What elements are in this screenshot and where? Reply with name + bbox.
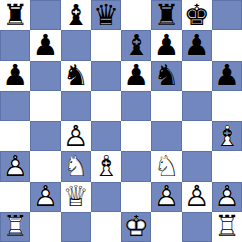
white-rook-fill: ♜ — [0, 212, 30, 242]
piece-black-pawn: ♟ — [121, 61, 151, 91]
square-f3[interactable]: ♞♘ — [151, 151, 181, 181]
square-a6[interactable]: ♟ — [0, 61, 30, 91]
square-d3[interactable]: ♝♗ — [91, 151, 121, 181]
square-c3[interactable]: ♞♘ — [61, 151, 91, 181]
white-pawn-fill: ♟ — [212, 182, 242, 212]
square-f8[interactable]: ♜ — [151, 0, 181, 30]
square-g4[interactable] — [182, 121, 212, 151]
piece-white-knight: ♘ — [61, 151, 91, 181]
chess-board: ♜♝♛♜♚♟♝♟♟♟♞♟♞♟♟♙♝♗♟♙♞♘♝♗♞♘♟♙♛♕♟♙♟♙♟♙♜♖♚♔… — [0, 0, 242, 242]
square-d6[interactable] — [91, 61, 121, 91]
piece-white-bishop: ♗ — [91, 151, 121, 181]
square-h1[interactable]: ♜♖ — [212, 212, 242, 242]
white-pawn-fill: ♟ — [61, 121, 91, 151]
piece-black-queen: ♛ — [91, 0, 121, 30]
square-e2[interactable] — [121, 182, 151, 212]
square-c6[interactable]: ♞ — [61, 61, 91, 91]
white-queen-fill: ♛ — [61, 182, 91, 212]
square-e3[interactable] — [121, 151, 151, 181]
square-h4[interactable]: ♝♗ — [212, 121, 242, 151]
square-d1[interactable] — [91, 212, 121, 242]
square-a2[interactable] — [0, 182, 30, 212]
square-e1[interactable]: ♚♔ — [121, 212, 151, 242]
square-h5[interactable] — [212, 91, 242, 121]
square-c4[interactable]: ♟♙ — [61, 121, 91, 151]
square-g8[interactable]: ♚ — [182, 0, 212, 30]
piece-white-pawn: ♙ — [0, 151, 30, 181]
piece-black-pawn: ♟ — [30, 30, 60, 60]
piece-white-king: ♔ — [121, 212, 151, 242]
square-f1[interactable] — [151, 212, 181, 242]
square-g5[interactable] — [182, 91, 212, 121]
piece-white-pawn: ♙ — [61, 121, 91, 151]
white-pawn-fill: ♟ — [30, 182, 60, 212]
square-c8[interactable]: ♝ — [61, 0, 91, 30]
piece-white-pawn: ♙ — [30, 182, 60, 212]
piece-white-knight: ♘ — [151, 151, 181, 181]
square-g2[interactable]: ♟♙ — [182, 182, 212, 212]
piece-black-pawn: ♟ — [212, 61, 242, 91]
chess-board-grid: ♜♝♛♜♚♟♝♟♟♟♞♟♞♟♟♙♝♗♟♙♞♘♝♗♞♘♟♙♛♕♟♙♟♙♟♙♜♖♚♔… — [0, 0, 242, 242]
square-b2[interactable]: ♟♙ — [30, 182, 60, 212]
square-a1[interactable]: ♜♖ — [0, 212, 30, 242]
white-pawn-fill: ♟ — [151, 182, 181, 212]
square-g7[interactable]: ♟ — [182, 30, 212, 60]
square-e5[interactable] — [121, 91, 151, 121]
square-g6[interactable] — [182, 61, 212, 91]
square-h8[interactable] — [212, 0, 242, 30]
piece-white-pawn: ♙ — [212, 182, 242, 212]
square-h7[interactable] — [212, 30, 242, 60]
square-f7[interactable]: ♟ — [151, 30, 181, 60]
square-b5[interactable] — [30, 91, 60, 121]
white-knight-fill: ♞ — [61, 151, 91, 181]
piece-black-rook: ♜ — [151, 0, 181, 30]
white-knight-fill: ♞ — [151, 151, 181, 181]
square-b1[interactable] — [30, 212, 60, 242]
square-e4[interactable] — [121, 121, 151, 151]
square-f6[interactable]: ♞ — [151, 61, 181, 91]
square-c7[interactable] — [61, 30, 91, 60]
piece-black-rook: ♜ — [0, 0, 30, 30]
square-a4[interactable] — [0, 121, 30, 151]
piece-white-pawn: ♙ — [151, 182, 181, 212]
square-c5[interactable] — [61, 91, 91, 121]
square-h3[interactable] — [212, 151, 242, 181]
square-f5[interactable] — [151, 91, 181, 121]
square-g3[interactable] — [182, 151, 212, 181]
square-d5[interactable] — [91, 91, 121, 121]
square-d4[interactable] — [91, 121, 121, 151]
white-pawn-fill: ♟ — [0, 151, 30, 181]
square-d7[interactable] — [91, 30, 121, 60]
piece-black-pawn: ♟ — [0, 61, 30, 91]
square-f2[interactable]: ♟♙ — [151, 182, 181, 212]
square-a3[interactable]: ♟♙ — [0, 151, 30, 181]
square-b6[interactable] — [30, 61, 60, 91]
piece-white-pawn: ♙ — [182, 182, 212, 212]
white-bishop-fill: ♝ — [91, 151, 121, 181]
piece-black-pawn: ♟ — [182, 30, 212, 60]
square-g1[interactable] — [182, 212, 212, 242]
square-a5[interactable] — [0, 91, 30, 121]
piece-white-bishop: ♗ — [212, 121, 242, 151]
square-b8[interactable] — [30, 0, 60, 30]
white-king-fill: ♚ — [121, 212, 151, 242]
square-e6[interactable]: ♟ — [121, 61, 151, 91]
piece-white-rook: ♖ — [0, 212, 30, 242]
square-d2[interactable] — [91, 182, 121, 212]
square-d8[interactable]: ♛ — [91, 0, 121, 30]
square-a7[interactable] — [0, 30, 30, 60]
square-b4[interactable] — [30, 121, 60, 151]
square-a8[interactable]: ♜ — [0, 0, 30, 30]
piece-white-queen: ♕ — [61, 182, 91, 212]
square-e8[interactable] — [121, 0, 151, 30]
square-b7[interactable]: ♟ — [30, 30, 60, 60]
square-f4[interactable] — [151, 121, 181, 151]
square-c1[interactable] — [61, 212, 91, 242]
piece-black-king: ♚ — [182, 0, 212, 30]
square-c2[interactable]: ♛♕ — [61, 182, 91, 212]
piece-black-bishop: ♝ — [121, 30, 151, 60]
square-h6[interactable]: ♟ — [212, 61, 242, 91]
square-h2[interactable]: ♟♙ — [212, 182, 242, 212]
piece-black-pawn: ♟ — [151, 30, 181, 60]
piece-black-bishop: ♝ — [61, 0, 91, 30]
white-rook-fill: ♜ — [212, 212, 242, 242]
white-bishop-fill: ♝ — [212, 121, 242, 151]
piece-black-knight: ♞ — [151, 61, 181, 91]
piece-black-knight: ♞ — [61, 61, 91, 91]
white-pawn-fill: ♟ — [182, 182, 212, 212]
piece-white-rook: ♖ — [212, 212, 242, 242]
square-e7[interactable]: ♝ — [121, 30, 151, 60]
square-b3[interactable] — [30, 151, 60, 181]
